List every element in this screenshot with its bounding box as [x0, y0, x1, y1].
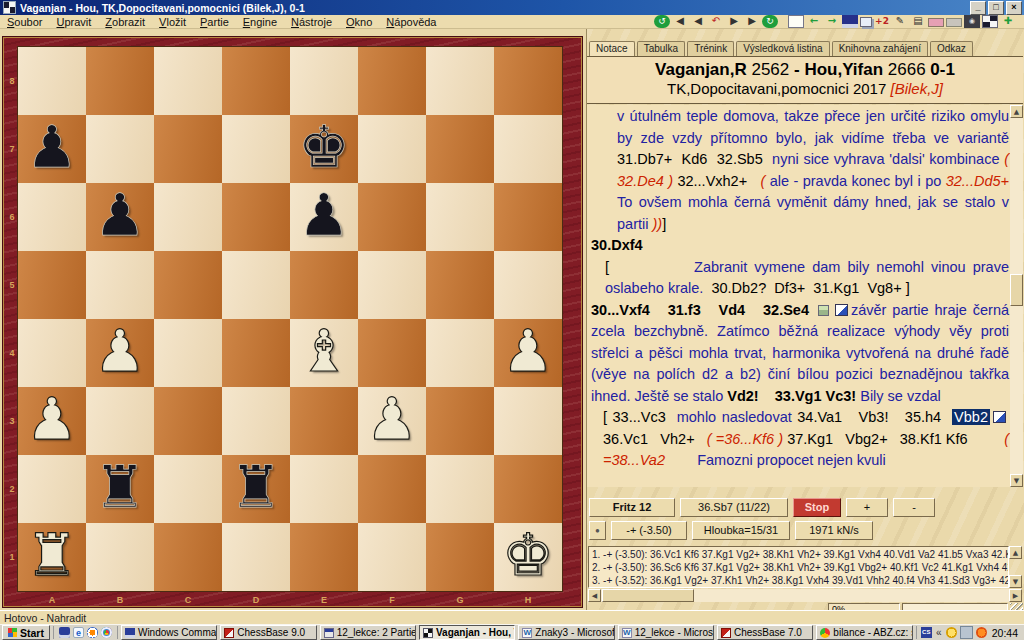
piece-white-pawn-f3[interactable]: ♟ [358, 387, 426, 455]
diagram-icon[interactable] [993, 411, 1006, 423]
menu-item-7[interactable]: Okno [339, 16, 379, 28]
task-label: Znaky3 - Microsoft Word [535, 627, 614, 638]
engine-eval: -+ (-3.50) [611, 521, 687, 540]
engine-led-button[interactable]: ● [589, 521, 606, 540]
square-a5[interactable] [18, 251, 86, 319]
text-run[interactable]: ( =36...Kf6 ) [707, 431, 787, 447]
task-label: 12_lekce: 2 Partie [337, 627, 416, 638]
delete-icon[interactable] [946, 18, 962, 27]
notation-paragraph-1: 30.Dxf4 [591, 235, 1009, 257]
square-e3[interactable] [290, 387, 358, 455]
app-icon [3, 1, 16, 14]
properties-icon[interactable]: ▤ [910, 15, 926, 28]
status-text: Hotovo - Nahradit [4, 612, 86, 624]
square-f5[interactable] [358, 251, 426, 319]
add-icon[interactable]: ✚ [1000, 15, 1016, 28]
rank-label-2: 2 [7, 455, 17, 523]
square-d8[interactable] [222, 47, 290, 115]
menu-item-6[interactable]: Nástroje [284, 16, 339, 28]
diagram-icon[interactable] [835, 304, 848, 316]
file-label-c: C [154, 593, 222, 609]
square-b4[interactable]: ♟ [86, 319, 154, 387]
taskbar-task-6[interactable]: ChessBase 7.0 [717, 625, 813, 640]
menu-item-0[interactable]: Soubor [0, 16, 49, 28]
text-run[interactable]: [ 33...Vc3 [603, 409, 677, 425]
volume-icon[interactable] [960, 626, 973, 639]
text-run[interactable]: Vbb2 [952, 409, 990, 425]
first-move-icon[interactable]: ◀ [672, 15, 688, 28]
square-a7[interactable]: ♟ [18, 115, 86, 183]
taskbar-task-7[interactable]: bilance - ABZ.cz: slovník ... [816, 625, 912, 640]
engine-line-2[interactable]: 3. -+ (-3.52): 36.Kg1 Vg2+ 37.Kh1 Vh2+ 3… [592, 574, 1005, 587]
square-d5[interactable] [222, 251, 290, 319]
text-run[interactable]: ( [760, 173, 769, 189]
annotate-icon[interactable]: +2 [874, 15, 890, 28]
chessbase-icon [224, 628, 234, 638]
square-f6[interactable] [358, 183, 426, 251]
square-c8[interactable] [154, 47, 222, 115]
text-run[interactable]: 34.Va1 Vb3! 35.h4 [797, 409, 952, 425]
tab-4[interactable]: Knihovna zahájení [832, 41, 928, 56]
text-run[interactable]: 30.Db2? Df3+ 31.Kg1 Vg8+ ] [711, 280, 909, 296]
rank-label-3: 3 [7, 387, 17, 455]
square-h3[interactable] [494, 387, 562, 455]
game-header-event: TK,Dopocitavani,pomocnici 2017 [Bilek,J] [587, 80, 1023, 97]
task-label: bilance - ABZ.cz: slovník ... [833, 627, 912, 638]
square-h7[interactable] [494, 115, 562, 183]
text-run: 2666 [888, 60, 931, 79]
status-bar: Hotovo - Nahradit [0, 610, 1024, 624]
text-run[interactable]: 30...Vxf4 31.f3 Vd4 32.Se4 [591, 302, 815, 318]
square-c1[interactable] [154, 523, 222, 591]
toolbar: ↺◀◀↶▶▶↻←→+2✎▤◉✚ [654, 15, 1024, 28]
taskbar-task-2[interactable]: 12_lekce: 2 Partie [320, 625, 416, 640]
text-run: - [794, 60, 804, 79]
chrome-icon [820, 628, 830, 638]
text-run[interactable]: 32...Vxh2+ [677, 173, 760, 189]
forward-move-icon[interactable]: ▶ [726, 15, 742, 28]
square-d3[interactable] [222, 387, 290, 455]
scroll-up-icon[interactable]: ▲ [1010, 105, 1023, 118]
square-b8[interactable] [86, 47, 154, 115]
board-pane: ♟♚♟♟♟♝♟♟♟♜♜♜♚ 87654321 ABCDEFGH [0, 29, 586, 610]
collapse-icon[interactable]: « [935, 627, 943, 638]
engine-scroll-right-icon[interactable]: ▶ [1009, 589, 1022, 602]
new-game-icon[interactable] [788, 15, 804, 28]
square-b2[interactable]: ♜ [86, 455, 154, 523]
square-d2[interactable]: ♜ [222, 455, 290, 523]
text-run: 2562 [751, 60, 794, 79]
scroll-thumb[interactable] [1010, 274, 1023, 306]
clock: 20:44 [992, 627, 1018, 639]
notation-paragraph-2: [ Zabranit vymene dam bily nemohl vinou … [605, 257, 1009, 300]
engine-speed: 1971 kN/s [795, 521, 873, 540]
engine-lines: 1. -+ (-3.50): 36.Vc1 Kf6 37.Kg1 Vg2+ 38… [588, 546, 1009, 588]
square-f3[interactable]: ♟ [358, 387, 426, 455]
square-f1[interactable] [358, 523, 426, 591]
notation-paragraph-3: 30...Vxf4 31.f3 Vd4 32.Se4 závěr partie … [591, 300, 1009, 408]
back-icon[interactable]: ← [806, 15, 822, 28]
tab-0[interactable]: Notace [589, 41, 635, 56]
file-label-g: G [426, 593, 494, 609]
square-h1[interactable]: ♚ [494, 523, 562, 591]
piece-white-rook-a1[interactable]: ♜ [18, 523, 86, 591]
notation-body: v útulném teple domova, takze přece jen … [587, 105, 1011, 487]
chrome-icon[interactable] [101, 627, 112, 638]
taskbar-task-0[interactable]: Windows Commander 5.... [121, 625, 217, 640]
text-run: Vaganjan,R [655, 60, 751, 79]
tab-2[interactable]: Trénink [687, 41, 734, 56]
text-run: [Bilek,J] [890, 80, 943, 97]
rank-label-6: 6 [7, 183, 17, 251]
forward-icon[interactable]: → [824, 15, 840, 28]
square-h2[interactable] [494, 455, 562, 523]
text-run: Famozni propocet nejen kvuli [697, 452, 886, 468]
square-g6[interactable] [426, 183, 494, 251]
square-d4[interactable] [222, 319, 290, 387]
window-title: Vaganjan - Hou, TK,Dopocitavani,pomocnic… [20, 2, 305, 14]
piece-white-bishop-e4[interactable]: ♝ [290, 319, 358, 387]
square-e6[interactable]: ♟ [290, 183, 358, 251]
engine-minus-button[interactable]: - [893, 498, 935, 517]
last-move-icon[interactable]: ▶ [744, 15, 760, 28]
quick-launch: e [53, 626, 118, 639]
square-h5[interactable] [494, 251, 562, 319]
engine-scroll-down-icon[interactable]: ▼ [1009, 575, 1022, 588]
menu-item-4[interactable]: Partie [193, 16, 236, 28]
engine-depth: Hloubka=15/31 [692, 521, 790, 540]
square-a2[interactable] [18, 455, 86, 523]
square-f2[interactable] [358, 455, 426, 523]
rank-label-4: 4 [7, 319, 17, 387]
square-g8[interactable] [426, 47, 494, 115]
square-c4[interactable] [154, 319, 222, 387]
notation-paragraph-0: v útulném teple domova, takze přece jen … [617, 106, 1009, 235]
rank-label-1: 1 [7, 523, 17, 591]
square-c2[interactable] [154, 455, 222, 523]
square-f7[interactable] [358, 115, 426, 183]
text-run: nyni sice vyhrava 'dalsi' kombinace [772, 151, 1004, 167]
file-label-b: B [86, 593, 154, 609]
square-a4[interactable] [18, 319, 86, 387]
taskbar-task-1[interactable]: ChessBase 9.0 [220, 625, 316, 640]
engine-line-1[interactable]: 2. -+ (-3.50): 36.Sc6 Kf6 37.Kg1 Vg2+ 38… [592, 561, 1005, 574]
media-player-icon[interactable] [87, 627, 98, 638]
internet-explorer-icon[interactable]: e [73, 627, 84, 638]
square-a3[interactable]: ♟ [18, 387, 86, 455]
rank-label-8: 8 [7, 47, 17, 115]
file-label-f: F [358, 593, 426, 609]
task-label: ChessBase 9.0 [237, 627, 305, 638]
task-label: ChessBase 7.0 [734, 627, 802, 638]
tab-5[interactable]: Odkaz [930, 41, 973, 56]
square-e7[interactable]: ♚ [290, 115, 358, 183]
text-run: ale - pravda konec byl i po [770, 173, 946, 189]
square-g3[interactable] [426, 387, 494, 455]
menu-item-1[interactable]: Upravit [49, 16, 98, 28]
eraser-icon[interactable] [928, 18, 944, 27]
edit-icon[interactable]: ✎ [892, 15, 908, 28]
start-button[interactable]: Start [2, 625, 50, 640]
taskbar-task-3[interactable]: Vaganjan - Hou, TK,D... [419, 625, 515, 640]
prev-game-icon[interactable]: ↺ [654, 15, 670, 28]
scroll-down-icon[interactable]: ▼ [1010, 474, 1023, 487]
minimize-button[interactable]: _ [970, 1, 986, 15]
close-button[interactable]: × [1006, 1, 1022, 15]
back-move-icon[interactable]: ◀ [690, 15, 706, 28]
menu-items: SouborUpravitZobrazitVložitPartieEngineN… [0, 16, 444, 28]
chessboard-icon [423, 628, 433, 638]
show-desktop-icon[interactable] [59, 627, 70, 638]
board-frame: ♟♚♟♟♟♝♟♟♟♜♜♜♚ 87654321 ABCDEFGH [2, 36, 583, 608]
file-label-e: E [290, 593, 358, 609]
square-e1[interactable] [290, 523, 358, 591]
system-tray: CS« 20:44 [916, 626, 1022, 639]
square-e2[interactable] [290, 455, 358, 523]
square-h8[interactable] [494, 47, 562, 115]
tab-3[interactable]: Výsledková listina [736, 41, 829, 56]
piece-white-pawn-a3[interactable]: ♟ [18, 387, 86, 455]
text-run: 0-1 [930, 60, 955, 79]
engine-line-0[interactable]: 1. -+ (-3.50): 36.Vc1 Kf6 37.Kg1 Vg2+ 38… [592, 548, 1005, 561]
commander-icon [125, 628, 135, 638]
square-f8[interactable] [358, 47, 426, 115]
square-b6[interactable]: ♟ [86, 183, 154, 251]
square-c5[interactable] [154, 251, 222, 319]
text-run[interactable]: Vd2! 33.Vg1 Vc3! [727, 388, 860, 404]
square-g2[interactable] [426, 455, 494, 523]
square-g7[interactable] [426, 115, 494, 183]
task-label: Vaganjan - Hou, TK,D... [436, 627, 515, 638]
square-b1[interactable] [86, 523, 154, 591]
menu-item-2[interactable]: Zobrazit [98, 16, 152, 28]
square-c6[interactable] [154, 183, 222, 251]
chess-board[interactable]: ♟♚♟♟♟♝♟♟♟♜♜♜♚ [18, 47, 562, 591]
task-label: 12_lekce - Microsoft Word [635, 627, 714, 638]
square-d6[interactable] [222, 183, 290, 251]
file-label-a: A [18, 593, 86, 609]
notation-panel: NotaceTabulkaTréninkVýsledková listinaKn… [586, 29, 1024, 610]
save-icon[interactable] [842, 15, 858, 28]
engine-plus-button[interactable]: + [846, 498, 888, 517]
bulb-icon[interactable] [946, 627, 957, 638]
word-icon: W [522, 628, 532, 638]
copy-icon[interactable] [860, 17, 872, 27]
maximize-button[interactable]: □ [988, 1, 1004, 15]
square-b3[interactable] [86, 387, 154, 455]
piece-black-pawn-b6[interactable]: ♟ [86, 183, 154, 251]
square-h4[interactable]: ♟ [494, 319, 562, 387]
square-e5[interactable] [290, 251, 358, 319]
square-f4[interactable] [358, 319, 426, 387]
square-e8[interactable] [290, 47, 358, 115]
taskbar-tasks: Windows Commander 5....ChessBase 9.012_l… [121, 625, 913, 640]
taskbar-task-5[interactable]: W12_lekce - Microsoft Word [618, 625, 714, 640]
file-label-h: H [494, 593, 562, 609]
file-label-d: D [222, 593, 290, 609]
text-run[interactable]: 31.Db7+ Kd6 32.Sb5 [617, 151, 772, 167]
notation-paragraph-4: [ 33...Vc3 mohlo nasledovat 34.Va1 Vb3! … [603, 407, 1009, 472]
text-run[interactable]: )) [652, 216, 662, 232]
engine-scroll-left-icon[interactable]: ◀ [588, 589, 601, 602]
text-run: TK,Dopocitavani,pomocnici 2017 [667, 80, 890, 97]
piece-white-pawn-b4[interactable]: ♟ [86, 319, 154, 387]
text-run: v útulném teple domova, takze přece jen … [617, 108, 1011, 146]
engine-current-move: 36.Sb7 (11/22) [680, 498, 788, 517]
tab-bar: NotaceTabulkaTréninkVýsledková listinaKn… [589, 40, 975, 56]
square-c3[interactable] [154, 387, 222, 455]
square-c7[interactable] [154, 115, 222, 183]
title-bar: Vaganjan - Hou, TK,Dopocitavani,pomocnic… [0, 0, 1024, 15]
text-run: Hou,Yifan [804, 60, 887, 79]
board-window-icon[interactable] [982, 15, 998, 28]
chessbase-icon [721, 628, 731, 638]
text-run[interactable]: 32...Dd5+ [946, 173, 1009, 189]
engine-stop-button[interactable]: Stop [793, 498, 841, 517]
square-a6[interactable] [18, 183, 86, 251]
piece-black-pawn-e6[interactable]: ♟ [290, 183, 358, 251]
windows-logo-icon [8, 628, 17, 637]
rank-label-5: 5 [7, 251, 17, 319]
rank-label-7: 7 [7, 115, 17, 183]
square-a8[interactable] [18, 47, 86, 115]
square-h6[interactable] [494, 183, 562, 251]
game-header: Vaganjan,R 2562 - Hou,Yifan 2666 0-1 TK,… [587, 56, 1023, 104]
tray-icons: CS« [921, 626, 987, 639]
square-a1[interactable]: ♜ [18, 523, 86, 591]
menu-item-3[interactable]: Vložit [152, 16, 193, 28]
text-run: mohlo nasledovat [677, 409, 798, 425]
square-g4[interactable] [426, 319, 494, 387]
icq-icon[interactable] [976, 627, 987, 638]
next-game-icon[interactable]: ↻ [762, 15, 778, 28]
menu-item-8[interactable]: Nápověda [379, 16, 443, 28]
piece-black-pawn-a7[interactable]: ♟ [18, 115, 86, 183]
text-run[interactable]: 37.Kg1 Vbg2+ 38.Kf1 Kf6 [787, 431, 972, 447]
text-run[interactable]: 30.Dxf4 [591, 237, 643, 253]
square-b7[interactable] [86, 115, 154, 183]
piece-white-king-h1[interactable]: ♚ [494, 523, 562, 591]
piece-black-rook-d2[interactable]: ♜ [222, 455, 290, 523]
piece-black-king-e7[interactable]: ♚ [290, 115, 358, 183]
square-g5[interactable] [426, 251, 494, 319]
piece-white-pawn-h4[interactable]: ♟ [494, 319, 562, 387]
piece-black-rook-b2[interactable]: ♜ [86, 455, 154, 523]
text-run[interactable]: ] [662, 216, 666, 232]
board-preview-icon[interactable] [818, 305, 829, 316]
square-b5[interactable] [86, 251, 154, 319]
undo-icon[interactable]: ↶ [708, 15, 724, 28]
square-e4[interactable]: ♝ [290, 319, 358, 387]
word-icon: W [622, 628, 632, 638]
taskbar-task-4[interactable]: WZnaky3 - Microsoft Word [518, 625, 614, 640]
keyboard-layout-icon[interactable]: CS [921, 627, 932, 638]
taskbar: Start e Windows Commander 5....ChessBase… [0, 624, 1024, 640]
menu-bar: SouborUpravitZobrazitVložitPartieEngineN… [0, 15, 1024, 29]
window-icon [324, 628, 334, 638]
camera-icon[interactable]: ◉ [964, 15, 980, 28]
engine-name-button[interactable]: Fritz 12 [589, 498, 675, 517]
square-g1[interactable] [426, 523, 494, 591]
game-header-players: Vaganjan,R 2562 - Hou,Yifan 2666 0-1 [587, 60, 1023, 80]
tab-1[interactable]: Tabulka [637, 41, 685, 56]
engine-hscroll-thumb[interactable] [602, 589, 694, 602]
text-run: Bily se vzdal [860, 388, 941, 404]
square-d1[interactable] [222, 523, 290, 591]
menu-item-5[interactable]: Engine [236, 16, 284, 28]
square-d7[interactable] [222, 115, 290, 183]
engine-scroll-up-icon[interactable]: ▲ [1009, 546, 1022, 559]
task-label: Windows Commander 5.... [138, 627, 217, 638]
